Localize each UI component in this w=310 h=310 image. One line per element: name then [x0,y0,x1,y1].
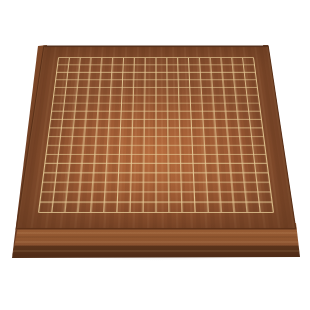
go-grid [38,57,274,212]
goban-product-photo [0,0,310,310]
board-top-surface [16,46,297,230]
